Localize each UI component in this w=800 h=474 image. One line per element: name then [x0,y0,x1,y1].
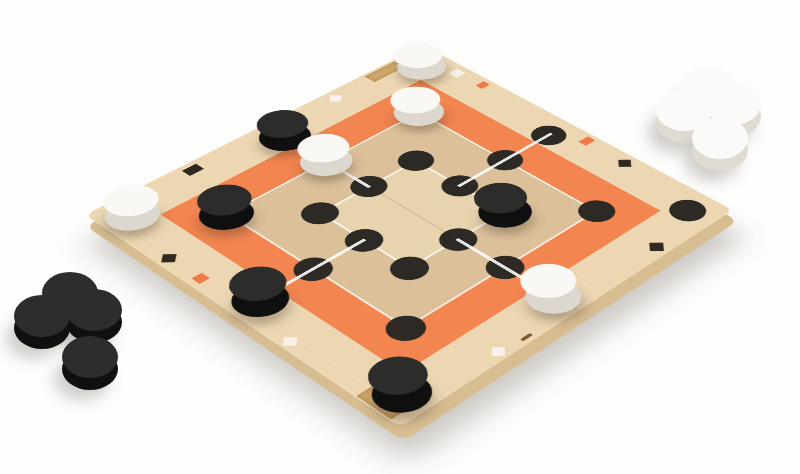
piece-cell-1-1 [179,187,273,241]
loose-black-piece[interactable] [62,336,118,378]
piece-cell-0-6 [380,45,464,89]
piece-cell-1-5 [376,89,462,136]
pieces-layer [85,45,733,427]
loose-black-piece[interactable] [14,295,70,337]
loose-white-piece[interactable] [692,117,748,159]
white-piece[interactable] [289,141,363,183]
black-piece[interactable] [188,192,265,237]
loose-black-piece[interactable] [66,289,122,331]
board-surface [85,45,733,427]
morris-board [85,45,733,427]
white-piece[interactable] [387,49,456,85]
black-piece[interactable] [467,190,543,234]
white-piece[interactable] [383,93,454,132]
photo-scene [0,0,800,474]
piece-cell-4-4 [459,186,551,240]
